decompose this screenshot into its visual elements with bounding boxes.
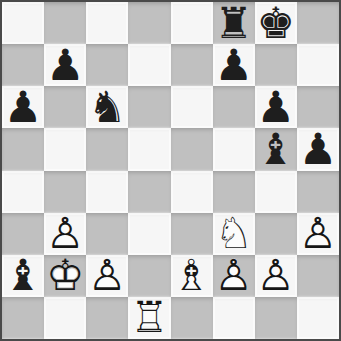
square-g7[interactable] xyxy=(255,44,297,86)
square-b2[interactable]: ♚♔ xyxy=(44,255,86,297)
black-knight[interactable]: ♞ xyxy=(86,86,128,128)
black-pawn[interactable]: ♟ xyxy=(255,86,297,128)
square-f4[interactable] xyxy=(213,171,255,213)
square-c6[interactable]: ♞ xyxy=(86,86,128,128)
square-a8[interactable] xyxy=(2,2,44,44)
black-pawn[interactable]: ♟ xyxy=(44,44,86,86)
square-h1[interactable] xyxy=(297,297,339,339)
square-d4[interactable] xyxy=(128,171,170,213)
square-a5[interactable] xyxy=(2,128,44,170)
white-bishop-fill: ♝ xyxy=(171,255,213,297)
square-h7[interactable] xyxy=(297,44,339,86)
black-bishop[interactable]: ♝ xyxy=(2,255,44,297)
white-pawn[interactable]: ♙ xyxy=(44,213,86,255)
black-king[interactable]: ♚ xyxy=(255,2,297,44)
white-knight[interactable]: ♘ xyxy=(213,213,255,255)
square-b5[interactable] xyxy=(44,128,86,170)
square-e3[interactable] xyxy=(171,213,213,255)
chess-board-frame: ♜♚♟♟♟♞♟♝♟♟♙♞♘♟♙♝♚♔♟♙♝♗♟♙♟♙♜♖ xyxy=(0,0,341,341)
white-knight-fill: ♞ xyxy=(213,213,255,255)
white-rook[interactable]: ♖ xyxy=(128,297,170,339)
square-b1[interactable] xyxy=(44,297,86,339)
square-c2[interactable]: ♟♙ xyxy=(86,255,128,297)
square-c8[interactable] xyxy=(86,2,128,44)
square-h4[interactable] xyxy=(297,171,339,213)
square-f8[interactable]: ♜ xyxy=(213,2,255,44)
square-b8[interactable] xyxy=(44,2,86,44)
square-e8[interactable] xyxy=(171,2,213,44)
square-a3[interactable] xyxy=(2,213,44,255)
square-d5[interactable] xyxy=(128,128,170,170)
square-c5[interactable] xyxy=(86,128,128,170)
black-rook[interactable]: ♜ xyxy=(213,2,255,44)
square-g8[interactable]: ♚ xyxy=(255,2,297,44)
square-d8[interactable] xyxy=(128,2,170,44)
square-e7[interactable] xyxy=(171,44,213,86)
white-pawn-fill: ♟ xyxy=(297,213,339,255)
square-g2[interactable]: ♟♙ xyxy=(255,255,297,297)
square-h3[interactable]: ♟♙ xyxy=(297,213,339,255)
square-b6[interactable] xyxy=(44,86,86,128)
square-c7[interactable] xyxy=(86,44,128,86)
white-king[interactable]: ♔ xyxy=(44,255,86,297)
square-d3[interactable] xyxy=(128,213,170,255)
square-h2[interactable] xyxy=(297,255,339,297)
square-f3[interactable]: ♞♘ xyxy=(213,213,255,255)
square-g3[interactable] xyxy=(255,213,297,255)
square-g4[interactable] xyxy=(255,171,297,213)
white-pawn-fill: ♟ xyxy=(44,213,86,255)
square-e2[interactable]: ♝♗ xyxy=(171,255,213,297)
white-pawn[interactable]: ♙ xyxy=(297,213,339,255)
square-f6[interactable] xyxy=(213,86,255,128)
square-e4[interactable] xyxy=(171,171,213,213)
black-pawn[interactable]: ♟ xyxy=(2,86,44,128)
square-a1[interactable] xyxy=(2,297,44,339)
square-b7[interactable]: ♟ xyxy=(44,44,86,86)
square-f2[interactable]: ♟♙ xyxy=(213,255,255,297)
black-bishop[interactable]: ♝ xyxy=(255,128,297,170)
square-d6[interactable] xyxy=(128,86,170,128)
chess-board: ♜♚♟♟♟♞♟♝♟♟♙♞♘♟♙♝♚♔♟♙♝♗♟♙♟♙♜♖ xyxy=(2,2,339,339)
square-d7[interactable] xyxy=(128,44,170,86)
white-king-fill: ♚ xyxy=(44,255,86,297)
square-h6[interactable] xyxy=(297,86,339,128)
square-f1[interactable] xyxy=(213,297,255,339)
square-b3[interactable]: ♟♙ xyxy=(44,213,86,255)
white-pawn-fill: ♟ xyxy=(86,255,128,297)
square-c4[interactable] xyxy=(86,171,128,213)
square-c1[interactable] xyxy=(86,297,128,339)
square-f5[interactable] xyxy=(213,128,255,170)
square-b4[interactable] xyxy=(44,171,86,213)
square-c3[interactable] xyxy=(86,213,128,255)
square-d1[interactable]: ♜♖ xyxy=(128,297,170,339)
white-rook-fill: ♜ xyxy=(128,297,170,339)
square-d2[interactable] xyxy=(128,255,170,297)
square-a4[interactable] xyxy=(2,171,44,213)
square-e6[interactable] xyxy=(171,86,213,128)
square-g6[interactable]: ♟ xyxy=(255,86,297,128)
square-a7[interactable] xyxy=(2,44,44,86)
white-bishop[interactable]: ♗ xyxy=(171,255,213,297)
square-g5[interactable]: ♝ xyxy=(255,128,297,170)
square-a2[interactable]: ♝ xyxy=(2,255,44,297)
white-pawn-fill: ♟ xyxy=(213,255,255,297)
square-e1[interactable] xyxy=(171,297,213,339)
square-h8[interactable] xyxy=(297,2,339,44)
white-pawn[interactable]: ♙ xyxy=(255,255,297,297)
square-f7[interactable]: ♟ xyxy=(213,44,255,86)
white-pawn-fill: ♟ xyxy=(255,255,297,297)
square-g1[interactable] xyxy=(255,297,297,339)
square-e5[interactable] xyxy=(171,128,213,170)
square-a6[interactable]: ♟ xyxy=(2,86,44,128)
white-pawn[interactable]: ♙ xyxy=(86,255,128,297)
black-pawn[interactable]: ♟ xyxy=(213,44,255,86)
black-pawn[interactable]: ♟ xyxy=(297,128,339,170)
white-pawn[interactable]: ♙ xyxy=(213,255,255,297)
square-h5[interactable]: ♟ xyxy=(297,128,339,170)
